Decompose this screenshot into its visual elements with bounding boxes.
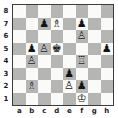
square-f1[interactable]: ♔ [76, 93, 89, 106]
square-f8[interactable] [76, 5, 89, 18]
square-h6[interactable] [101, 30, 114, 43]
file-labels: abcdefgh [13, 106, 113, 116]
black-pawn: ♟ [77, 18, 87, 30]
square-c4[interactable] [38, 55, 51, 68]
square-e5[interactable] [63, 43, 76, 56]
square-h4[interactable] [101, 55, 114, 68]
white-bishop: ♗ [27, 80, 37, 92]
white-pawn: ♙ [77, 30, 87, 42]
square-d1[interactable] [51, 93, 64, 106]
square-b1[interactable] [26, 93, 39, 106]
square-c8[interactable] [38, 5, 51, 18]
square-a1[interactable] [13, 93, 26, 106]
white-pawn: ♙ [39, 43, 49, 55]
file-label-e: e [63, 106, 76, 116]
square-e3[interactable]: ♟ [63, 68, 76, 81]
square-h2[interactable] [101, 80, 114, 93]
white-king: ♔ [77, 93, 87, 105]
square-d3[interactable] [51, 68, 64, 81]
square-e8[interactable] [63, 5, 76, 18]
white-rook: ♖ [77, 55, 87, 67]
square-h5[interactable]: ♟ [101, 43, 114, 56]
square-b2[interactable]: ♗ [26, 80, 39, 93]
file-label-a: a [13, 106, 26, 116]
rank-labels: 87654321 [1, 5, 11, 105]
file-label-h: h [101, 106, 114, 116]
square-a8[interactable] [13, 5, 26, 18]
square-g7[interactable] [88, 18, 101, 31]
square-a3[interactable] [13, 68, 26, 81]
square-f7[interactable]: ♟ [76, 18, 89, 31]
black-pawn: ♟ [64, 68, 74, 80]
square-d8[interactable] [51, 5, 64, 18]
square-e4[interactable] [63, 55, 76, 68]
rank-label-8: 8 [1, 5, 11, 18]
square-c3[interactable] [38, 68, 51, 81]
square-a7[interactable] [13, 18, 26, 31]
square-f4[interactable]: ♖ [76, 55, 89, 68]
square-a4[interactable] [13, 55, 26, 68]
square-d4[interactable] [51, 55, 64, 68]
file-label-c: c [38, 106, 51, 116]
square-c7[interactable]: ♟ [38, 18, 51, 31]
white-pawn: ♙ [64, 80, 74, 92]
square-b6[interactable] [26, 30, 39, 43]
square-e7[interactable] [63, 18, 76, 31]
square-h8[interactable] [101, 5, 114, 18]
square-b5[interactable]: ♟ [26, 43, 39, 56]
square-b8[interactable] [26, 5, 39, 18]
square-c2[interactable] [38, 80, 51, 93]
black-pawn: ♟ [77, 80, 87, 92]
square-h1[interactable] [101, 93, 114, 106]
square-c1[interactable] [38, 93, 51, 106]
square-b4[interactable]: ♙ [26, 55, 39, 68]
rank-label-4: 4 [1, 55, 11, 68]
square-g6[interactable] [88, 30, 101, 43]
chess-diagram: 87654321 ♟♗♟♙♟♙♚♟♙♖♟♗♙♟♔ abcdefgh [0, 0, 118, 118]
file-label-d: d [51, 106, 64, 116]
chess-board: ♟♗♟♙♟♙♚♟♙♖♟♗♙♟♔ [12, 4, 114, 106]
square-b7[interactable] [26, 18, 39, 31]
rank-label-7: 7 [1, 18, 11, 31]
square-a2[interactable] [13, 80, 26, 93]
square-g3[interactable] [88, 68, 101, 81]
black-pawn: ♟ [27, 43, 37, 55]
rank-label-3: 3 [1, 68, 11, 81]
file-label-g: g [88, 106, 101, 116]
black-pawn: ♟ [39, 18, 49, 30]
square-e2[interactable]: ♙ [63, 80, 76, 93]
black-king: ♚ [52, 43, 62, 55]
square-g5[interactable] [88, 43, 101, 56]
black-pawn: ♟ [102, 43, 112, 55]
square-g2[interactable] [88, 80, 101, 93]
square-f2[interactable]: ♟ [76, 80, 89, 93]
square-c5[interactable]: ♙ [38, 43, 51, 56]
rank-label-2: 2 [1, 80, 11, 93]
square-e6[interactable] [63, 30, 76, 43]
rank-label-5: 5 [1, 43, 11, 56]
rank-label-1: 1 [1, 93, 11, 106]
square-f5[interactable] [76, 43, 89, 56]
square-g4[interactable] [88, 55, 101, 68]
square-d2[interactable] [51, 80, 64, 93]
square-b3[interactable] [26, 68, 39, 81]
square-d7[interactable]: ♗ [51, 18, 64, 31]
white-pawn: ♙ [27, 55, 37, 67]
square-a6[interactable] [13, 30, 26, 43]
rank-label-6: 6 [1, 30, 11, 43]
square-g8[interactable] [88, 5, 101, 18]
square-f3[interactable] [76, 68, 89, 81]
square-c6[interactable] [38, 30, 51, 43]
file-label-f: f [76, 106, 89, 116]
square-h7[interactable] [101, 18, 114, 31]
square-f6[interactable]: ♙ [76, 30, 89, 43]
square-h3[interactable] [101, 68, 114, 81]
white-bishop: ♗ [52, 18, 62, 30]
square-a5[interactable] [13, 43, 26, 56]
file-label-b: b [26, 106, 39, 116]
square-d6[interactable] [51, 30, 64, 43]
square-g1[interactable] [88, 93, 101, 106]
square-d5[interactable]: ♚ [51, 43, 64, 56]
square-e1[interactable] [63, 93, 76, 106]
